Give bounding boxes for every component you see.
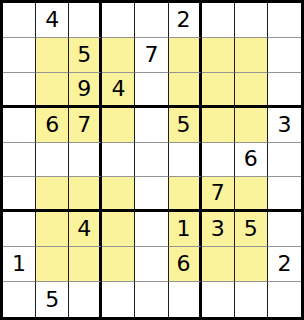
- cell-r1c7[interactable]: [202, 3, 235, 38]
- cell-r2c9[interactable]: [268, 38, 301, 73]
- cell-r4c8[interactable]: [235, 108, 268, 143]
- cell-r2c3[interactable]: 5: [69, 38, 102, 73]
- cell-r9c1[interactable]: [3, 282, 36, 317]
- given-digit: 7: [144, 44, 158, 66]
- given-digit: 5: [45, 289, 59, 311]
- cell-r3c9[interactable]: [268, 73, 301, 108]
- cell-r1c4[interactable]: [102, 3, 135, 38]
- cell-r4c7[interactable]: [202, 108, 235, 143]
- cell-r3c4[interactable]: 4: [102, 73, 135, 108]
- cell-r2c5[interactable]: 7: [135, 38, 168, 73]
- cell-r3c3[interactable]: 9: [69, 73, 102, 108]
- cell-r8c7[interactable]: [202, 247, 235, 282]
- given-digit: 6: [177, 253, 191, 275]
- cell-r5c6[interactable]: [169, 143, 202, 178]
- cell-r4c9[interactable]: 3: [268, 108, 301, 143]
- cell-r3c8[interactable]: [235, 73, 268, 108]
- cell-r4c1[interactable]: [3, 108, 36, 143]
- cell-r6c9[interactable]: [268, 177, 301, 212]
- cell-r5c2[interactable]: [36, 143, 69, 178]
- cell-r9c3[interactable]: [69, 282, 102, 317]
- cell-r9c2[interactable]: 5: [36, 282, 69, 317]
- cell-r8c3[interactable]: [69, 247, 102, 282]
- cell-r1c8[interactable]: [235, 3, 268, 38]
- cell-r8c6[interactable]: 6: [169, 247, 202, 282]
- cell-r9c9[interactable]: [268, 282, 301, 317]
- cell-r2c2[interactable]: [36, 38, 69, 73]
- given-digit: 1: [177, 218, 191, 240]
- cell-r2c4[interactable]: [102, 38, 135, 73]
- cell-r6c7[interactable]: 7: [202, 177, 235, 212]
- cell-r6c3[interactable]: [69, 177, 102, 212]
- cell-r8c1[interactable]: 1: [3, 247, 36, 282]
- cell-r8c8[interactable]: [235, 247, 268, 282]
- cell-r9c5[interactable]: [135, 282, 168, 317]
- given-digit: 9: [77, 78, 91, 100]
- cell-r8c2[interactable]: [36, 247, 69, 282]
- cell-r4c5[interactable]: [135, 108, 168, 143]
- cell-r6c5[interactable]: [135, 177, 168, 212]
- cell-r7c6[interactable]: 1: [169, 212, 202, 247]
- cell-r5c7[interactable]: [202, 143, 235, 178]
- cell-r6c8[interactable]: [235, 177, 268, 212]
- given-digit: 6: [244, 148, 258, 170]
- cell-r9c4[interactable]: [102, 282, 135, 317]
- given-digit: 5: [244, 218, 258, 240]
- cell-r5c8[interactable]: 6: [235, 143, 268, 178]
- cell-r6c1[interactable]: [3, 177, 36, 212]
- cell-r7c9[interactable]: [268, 212, 301, 247]
- cell-r5c3[interactable]: [69, 143, 102, 178]
- cell-r3c5[interactable]: [135, 73, 168, 108]
- cell-r5c5[interactable]: [135, 143, 168, 178]
- cell-r6c2[interactable]: [36, 177, 69, 212]
- cell-r1c9[interactable]: [268, 3, 301, 38]
- cell-r1c6[interactable]: 2: [169, 3, 202, 38]
- given-digit: 4: [45, 9, 59, 31]
- cell-r2c6[interactable]: [169, 38, 202, 73]
- cell-r2c8[interactable]: [235, 38, 268, 73]
- given-digit: 5: [177, 114, 191, 136]
- cell-r7c7[interactable]: 3: [202, 212, 235, 247]
- cell-r1c1[interactable]: [3, 3, 36, 38]
- cell-r8c5[interactable]: [135, 247, 168, 282]
- cell-r5c4[interactable]: [102, 143, 135, 178]
- cell-r7c4[interactable]: [102, 212, 135, 247]
- cell-r7c3[interactable]: 4: [69, 212, 102, 247]
- given-digit: 7: [77, 114, 91, 136]
- cell-r1c2[interactable]: 4: [36, 3, 69, 38]
- given-digit: 3: [277, 114, 291, 136]
- given-digit: 6: [45, 114, 59, 136]
- cell-r4c6[interactable]: 5: [169, 108, 202, 143]
- cell-r1c3[interactable]: [69, 3, 102, 38]
- given-digit: 2: [277, 253, 291, 275]
- given-digit: 4: [111, 78, 125, 100]
- cell-r7c8[interactable]: 5: [235, 212, 268, 247]
- cell-r4c2[interactable]: 6: [36, 108, 69, 143]
- cell-r9c8[interactable]: [235, 282, 268, 317]
- cell-r5c9[interactable]: [268, 143, 301, 178]
- cell-r3c2[interactable]: [36, 73, 69, 108]
- cell-r1c5[interactable]: [135, 3, 168, 38]
- cell-r8c9[interactable]: 2: [268, 247, 301, 282]
- given-digit: 2: [177, 9, 191, 31]
- cell-r3c7[interactable]: [202, 73, 235, 108]
- cell-r2c7[interactable]: [202, 38, 235, 73]
- cell-r3c6[interactable]: [169, 73, 202, 108]
- cell-r6c6[interactable]: [169, 177, 202, 212]
- given-digit: 7: [211, 182, 225, 204]
- cell-r7c2[interactable]: [36, 212, 69, 247]
- cell-r4c4[interactable]: [102, 108, 135, 143]
- given-digit: 3: [211, 218, 225, 240]
- given-digit: 4: [77, 218, 91, 240]
- cell-r4c3[interactable]: 7: [69, 108, 102, 143]
- cell-r6c4[interactable]: [102, 177, 135, 212]
- cell-r2c1[interactable]: [3, 38, 36, 73]
- cell-r9c7[interactable]: [202, 282, 235, 317]
- cell-r8c4[interactable]: [102, 247, 135, 282]
- sudoku-board: 42579467536741351625: [0, 0, 304, 320]
- cell-r3c1[interactable]: [3, 73, 36, 108]
- given-digit: 1: [12, 253, 26, 275]
- given-digit: 5: [77, 44, 91, 66]
- cell-r5c1[interactable]: [3, 143, 36, 178]
- cell-r9c6[interactable]: [169, 282, 202, 317]
- cell-r7c5[interactable]: [135, 212, 168, 247]
- cell-r7c1[interactable]: [3, 212, 36, 247]
